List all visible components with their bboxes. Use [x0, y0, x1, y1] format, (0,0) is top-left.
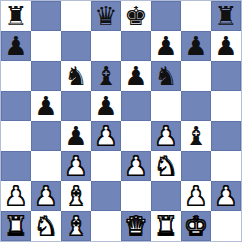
square-g5[interactable] [181, 91, 211, 121]
piece-white-pawn-h2[interactable]: ♟ [214, 181, 237, 211]
square-d1[interactable] [91, 211, 121, 241]
square-a2[interactable]: ♟ [1, 181, 31, 211]
square-d4[interactable]: ♟ [91, 121, 121, 151]
square-d3[interactable] [91, 151, 121, 181]
square-h2[interactable]: ♟ [211, 181, 241, 211]
square-e5[interactable] [121, 91, 151, 121]
piece-white-knight-b1[interactable]: ♞ [34, 211, 57, 241]
square-b3[interactable] [31, 151, 61, 181]
piece-white-queen-e1[interactable]: ♛ [124, 211, 147, 241]
piece-black-pawn-a7[interactable]: ♟ [4, 31, 27, 61]
square-f4[interactable]: ♟ [151, 121, 181, 151]
square-c2[interactable]: ♝ [61, 181, 91, 211]
square-h7[interactable]: ♟ [211, 31, 241, 61]
square-d7[interactable] [91, 31, 121, 61]
piece-white-rook-f1[interactable]: ♜ [154, 211, 177, 241]
square-a5[interactable] [1, 91, 31, 121]
square-f5[interactable] [151, 91, 181, 121]
square-d2[interactable] [91, 181, 121, 211]
square-f8[interactable] [151, 1, 181, 31]
square-b5[interactable]: ♟ [31, 91, 61, 121]
square-a6[interactable] [1, 61, 31, 91]
square-a7[interactable]: ♟ [1, 31, 31, 61]
piece-black-knight-c6[interactable]: ♞ [64, 61, 87, 91]
chess-board: ♜♛♚♜♟♟♟♟♞♝♟♞♟♟♟♟♟♝♟♟♞♟♟♝♟♟♜♞♝♛♜♚ [0, 0, 242, 242]
square-c3[interactable]: ♟ [61, 151, 91, 181]
square-c1[interactable]: ♝ [61, 211, 91, 241]
square-b1[interactable]: ♞ [31, 211, 61, 241]
square-e2[interactable] [121, 181, 151, 211]
square-d5[interactable]: ♟ [91, 91, 121, 121]
square-g8[interactable] [181, 1, 211, 31]
piece-white-pawn-g2[interactable]: ♟ [184, 181, 207, 211]
square-f7[interactable]: ♟ [151, 31, 181, 61]
square-h5[interactable] [211, 91, 241, 121]
square-a3[interactable] [1, 151, 31, 181]
square-h6[interactable] [211, 61, 241, 91]
square-b8[interactable] [31, 1, 61, 31]
square-a1[interactable]: ♜ [1, 211, 31, 241]
piece-black-pawn-e6[interactable]: ♟ [124, 61, 147, 91]
square-b2[interactable]: ♟ [31, 181, 61, 211]
square-f2[interactable] [151, 181, 181, 211]
square-a8[interactable]: ♜ [1, 1, 31, 31]
piece-white-pawn-f4[interactable]: ♟ [154, 121, 177, 151]
square-e4[interactable] [121, 121, 151, 151]
square-g3[interactable] [181, 151, 211, 181]
piece-white-pawn-b2[interactable]: ♟ [34, 181, 57, 211]
square-g7[interactable]: ♟ [181, 31, 211, 61]
square-e1[interactable]: ♛ [121, 211, 151, 241]
square-c6[interactable]: ♞ [61, 61, 91, 91]
square-h4[interactable] [211, 121, 241, 151]
square-g2[interactable]: ♟ [181, 181, 211, 211]
square-h3[interactable] [211, 151, 241, 181]
square-e8[interactable]: ♚ [121, 1, 151, 31]
square-d6[interactable]: ♝ [91, 61, 121, 91]
piece-black-pawn-f7[interactable]: ♟ [154, 31, 177, 61]
piece-black-rook-a8[interactable]: ♜ [4, 1, 27, 31]
square-f3[interactable]: ♞ [151, 151, 181, 181]
piece-black-pawn-c4[interactable]: ♟ [64, 121, 87, 151]
square-e6[interactable]: ♟ [121, 61, 151, 91]
square-b7[interactable] [31, 31, 61, 61]
piece-black-pawn-b5[interactable]: ♟ [34, 91, 57, 121]
square-c8[interactable] [61, 1, 91, 31]
square-g4[interactable]: ♝ [181, 121, 211, 151]
piece-white-bishop-c2[interactable]: ♝ [64, 181, 87, 211]
square-e7[interactable] [121, 31, 151, 61]
piece-black-rook-h8[interactable]: ♜ [214, 1, 237, 31]
square-c7[interactable] [61, 31, 91, 61]
piece-black-knight-f6[interactable]: ♞ [154, 61, 177, 91]
piece-white-pawn-a2[interactable]: ♟ [4, 181, 27, 211]
square-f1[interactable]: ♜ [151, 211, 181, 241]
piece-white-pawn-e3[interactable]: ♟ [124, 151, 147, 181]
piece-black-queen-d8[interactable]: ♛ [94, 1, 117, 31]
square-d8[interactable]: ♛ [91, 1, 121, 31]
square-c4[interactable]: ♟ [61, 121, 91, 151]
square-h8[interactable]: ♜ [211, 1, 241, 31]
piece-black-pawn-h7[interactable]: ♟ [214, 31, 237, 61]
square-b4[interactable] [31, 121, 61, 151]
square-h1[interactable] [211, 211, 241, 241]
piece-white-pawn-c3[interactable]: ♟ [64, 151, 87, 181]
piece-black-bishop-d6[interactable]: ♝ [94, 61, 117, 91]
piece-white-pawn-d4[interactable]: ♟ [94, 121, 117, 151]
piece-white-king-g1[interactable]: ♚ [184, 211, 207, 241]
square-a4[interactable] [1, 121, 31, 151]
piece-black-king-e8[interactable]: ♚ [124, 1, 147, 31]
piece-black-pawn-d5[interactable]: ♟ [94, 91, 117, 121]
square-e3[interactable]: ♟ [121, 151, 151, 181]
piece-white-bishop-c1[interactable]: ♝ [64, 211, 87, 241]
square-c5[interactable] [61, 91, 91, 121]
square-f6[interactable]: ♞ [151, 61, 181, 91]
piece-white-knight-f3[interactable]: ♞ [154, 151, 177, 181]
piece-black-bishop-g4[interactable]: ♝ [184, 121, 207, 151]
piece-black-pawn-g7[interactable]: ♟ [184, 31, 207, 61]
square-g1[interactable]: ♚ [181, 211, 211, 241]
piece-white-rook-a1[interactable]: ♜ [4, 211, 27, 241]
square-b6[interactable] [31, 61, 61, 91]
square-g6[interactable] [181, 61, 211, 91]
